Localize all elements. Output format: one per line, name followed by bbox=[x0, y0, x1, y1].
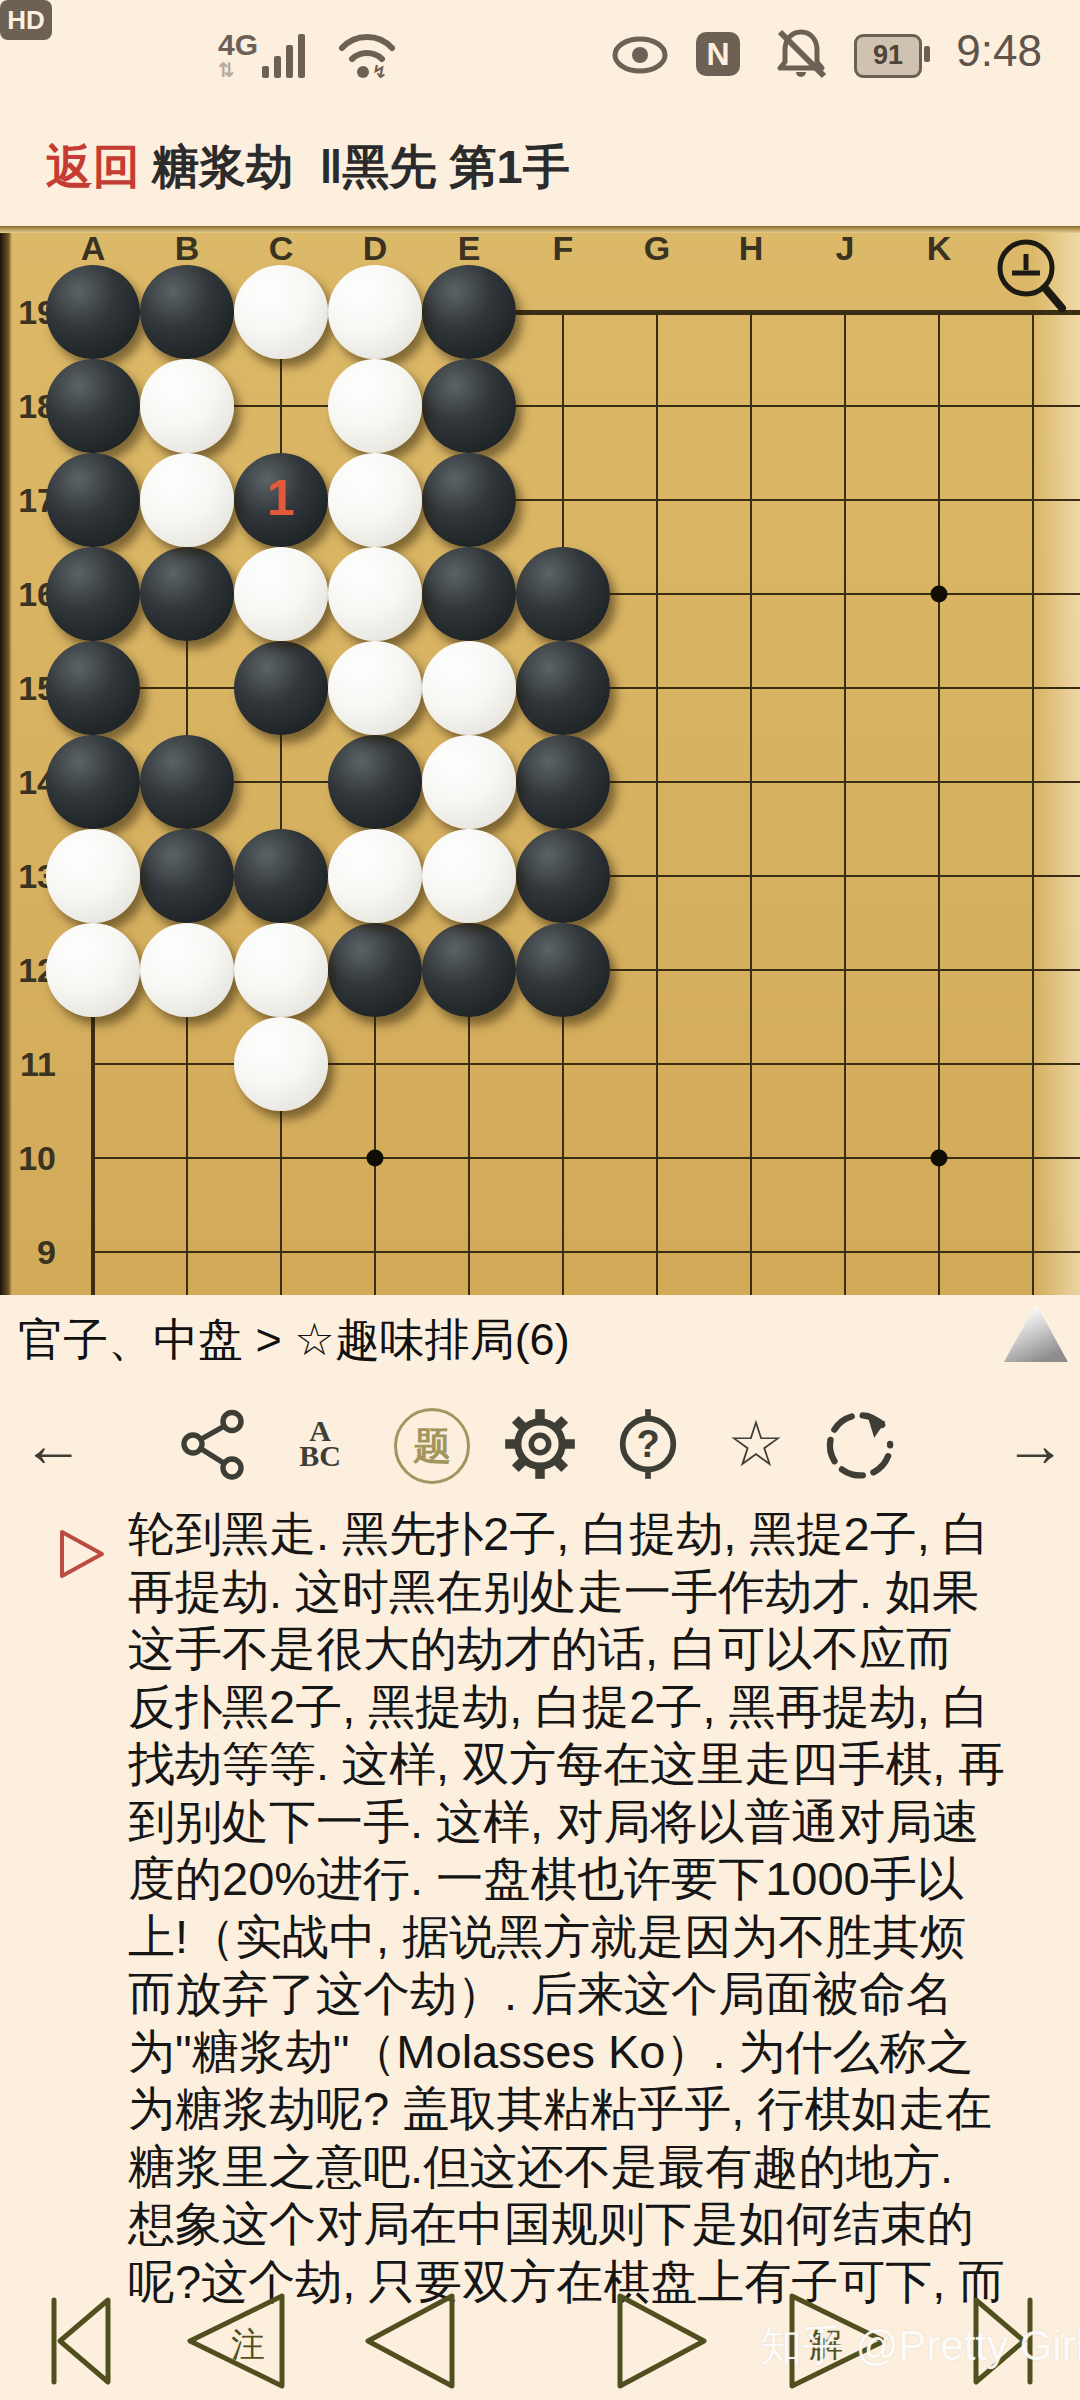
black-stone-F15 bbox=[516, 641, 610, 735]
svg-text:↯: ↯ bbox=[372, 62, 387, 80]
grid-hline bbox=[91, 1251, 1080, 1253]
hd-icon: HD bbox=[0, 0, 52, 40]
description-line-2: 再提劫. 这时黑在别处走一手作劫才. 如果 bbox=[128, 1563, 1063, 1621]
battery-icon: 91 bbox=[854, 34, 922, 78]
move-number-C17: 1 bbox=[267, 469, 295, 527]
eye-icon bbox=[612, 36, 668, 74]
black-stone-F13 bbox=[516, 829, 610, 923]
description-line-13: 想象这个对局在中国规则下是如何结束的 bbox=[128, 2195, 1063, 2253]
black-stone-E19 bbox=[422, 265, 516, 359]
back-button[interactable]: 返回 bbox=[46, 136, 140, 199]
description-line-6: 到别处下一手. 这样, 对局将以普通对局速 bbox=[128, 1793, 1063, 1851]
breadcrumb[interactable]: 官子、中盘 > ☆趣味排局(6) bbox=[18, 1310, 570, 1370]
white-stone-B12 bbox=[140, 923, 234, 1017]
col-label-J: J bbox=[836, 229, 855, 268]
grid-vline bbox=[844, 312, 846, 1295]
col-label-A: A bbox=[81, 229, 106, 268]
description-line-8: 上!（实战中, 据说黑方就是因为不胜其烦 bbox=[128, 1908, 1063, 1966]
share-icon[interactable] bbox=[178, 1398, 250, 1490]
svg-text:注: 注 bbox=[231, 2325, 265, 2363]
network-type-label: 4G bbox=[218, 28, 258, 62]
white-stone-C16 bbox=[234, 547, 328, 641]
black-stone-F12 bbox=[516, 923, 610, 1017]
watermark: 知乎 @Pretty Girl bbox=[760, 2318, 1080, 2374]
description-line-5: 找劫等等. 这样, 双方每在这里走四手棋, 再 bbox=[128, 1735, 1063, 1793]
bell-muted-icon bbox=[774, 28, 828, 80]
prev-with-note-button[interactable]: 注 bbox=[178, 2288, 298, 2394]
wifi-icon: ↯ bbox=[336, 28, 398, 80]
refresh-icon[interactable] bbox=[822, 1398, 898, 1490]
col-label-D: D bbox=[363, 229, 388, 268]
description-line-11: 为糖浆劫呢? 盖取其粘粘乎乎, 行棋如走在 bbox=[128, 2080, 1063, 2138]
grid-vline bbox=[1032, 312, 1034, 1295]
white-stone-B18 bbox=[140, 359, 234, 453]
toolbar: ← ABC 题 ? ☆ → bbox=[0, 1398, 1080, 1490]
white-stone-A12 bbox=[46, 923, 140, 1017]
col-label-K: K bbox=[927, 229, 952, 268]
row-label-11: 11 bbox=[20, 1045, 56, 1084]
col-label-H: H bbox=[739, 229, 764, 268]
col-label-C: C bbox=[269, 229, 294, 268]
black-stone-E16 bbox=[422, 547, 516, 641]
description-line-12: 糖浆里之意吧.但这还不是最有趣的地方. bbox=[128, 2138, 1063, 2196]
black-stone-C13 bbox=[234, 829, 328, 923]
title-bar: 返回 糖浆劫 ‖黑先 第1手 bbox=[0, 136, 1080, 206]
white-stone-A13 bbox=[46, 829, 140, 923]
black-stone-F14 bbox=[516, 735, 610, 829]
col-label-F: F bbox=[553, 229, 574, 268]
grid-hline bbox=[91, 405, 1080, 407]
black-stone-B16 bbox=[140, 547, 234, 641]
description-line-3: 这手不是很大的劫才的话, 白可以不应而 bbox=[128, 1620, 1063, 1678]
nfc-icon: N bbox=[696, 32, 740, 76]
page-title: 糖浆劫 ‖黑先 第1手 bbox=[152, 136, 570, 199]
signal-bars-icon bbox=[262, 30, 320, 78]
white-stone-D18 bbox=[328, 359, 422, 453]
favorite-star-icon[interactable]: ☆ bbox=[718, 1398, 794, 1490]
black-stone-C15 bbox=[234, 641, 328, 735]
white-stone-D16 bbox=[328, 547, 422, 641]
star-point-K10 bbox=[931, 1150, 948, 1167]
collapse-triangle-button[interactable] bbox=[1004, 1304, 1068, 1362]
white-stone-E15 bbox=[422, 641, 516, 735]
skip-to-start-button[interactable] bbox=[16, 2288, 136, 2394]
white-stone-D17 bbox=[328, 453, 422, 547]
description-line-1: 轮到黑走. 黑先扑2子, 白提劫, 黑提2子, 白 bbox=[128, 1505, 1063, 1563]
play-variation-icon[interactable] bbox=[56, 1528, 108, 1580]
star-point-D10 bbox=[367, 1150, 384, 1167]
grid-vline bbox=[750, 312, 752, 1295]
black-stone-A14 bbox=[46, 735, 140, 829]
white-stone-C11 bbox=[234, 1017, 328, 1111]
row-label-10: 10 bbox=[18, 1139, 56, 1178]
black-stone-E17 bbox=[422, 453, 516, 547]
svg-text:?: ? bbox=[636, 1423, 659, 1465]
breadcrumb-row: 官子、中盘 > ☆趣味排局(6) bbox=[0, 1302, 1080, 1394]
black-stone-E12 bbox=[422, 923, 516, 1017]
prev-move-button[interactable] bbox=[352, 2288, 472, 2394]
puzzle-description: 轮到黑走. 黑先扑2子, 白提劫, 黑提2子, 白再提劫. 这时黑在别处走一手作… bbox=[128, 1505, 1063, 2310]
coordinates-toggle-icon[interactable]: ABC bbox=[284, 1398, 356, 1490]
gear-icon[interactable] bbox=[502, 1398, 578, 1490]
black-stone-D14 bbox=[328, 735, 422, 829]
black-stone-A17 bbox=[46, 453, 140, 547]
star-point-K16 bbox=[931, 586, 948, 603]
white-stone-E13 bbox=[422, 829, 516, 923]
white-stone-D15 bbox=[328, 641, 422, 735]
black-stone-A15 bbox=[46, 641, 140, 735]
black-stone-B19 bbox=[140, 265, 234, 359]
white-stone-C19 bbox=[234, 265, 328, 359]
battery-nub bbox=[924, 46, 930, 62]
prev-arrow-button[interactable]: ← bbox=[18, 1398, 88, 1490]
black-stone-B13 bbox=[140, 829, 234, 923]
black-stone-E18 bbox=[422, 359, 516, 453]
white-stone-C12 bbox=[234, 923, 328, 1017]
white-stone-B17 bbox=[140, 453, 234, 547]
col-label-B: B bbox=[175, 229, 200, 268]
grid-vline bbox=[656, 312, 658, 1295]
board-right-highlight bbox=[1032, 233, 1080, 1295]
description-line-4: 反扑黑2子, 黑提劫, 白提2子, 黑再提劫, 白 bbox=[128, 1678, 1063, 1736]
black-stone-D12 bbox=[328, 923, 422, 1017]
problem-icon[interactable]: 题 bbox=[394, 1408, 470, 1484]
board-zoom-icon[interactable] bbox=[992, 236, 1070, 318]
white-stone-E14 bbox=[422, 735, 516, 829]
description-line-7: 度的20%进行. 一盘棋也许要下1000手以 bbox=[128, 1850, 1063, 1908]
white-stone-D13 bbox=[328, 829, 422, 923]
black-stone-A19 bbox=[46, 265, 140, 359]
description-line-10: 为"糖浆劫"（Molasses Ko）. 为什么称之 bbox=[128, 2023, 1063, 2081]
status-bar: HD 4G ⇅ ↯ N 91 9:48 bbox=[0, 0, 1080, 100]
col-label-E: E bbox=[458, 229, 481, 268]
clock-label: 9:48 bbox=[956, 26, 1042, 76]
black-stone-A18 bbox=[46, 359, 140, 453]
help-icon[interactable]: ? bbox=[610, 1398, 686, 1490]
grid-vline bbox=[938, 312, 940, 1295]
row-label-9: 9 bbox=[37, 1233, 56, 1272]
board-top-bevel bbox=[0, 226, 1080, 233]
next-move-button[interactable] bbox=[600, 2288, 720, 2394]
black-stone-A16 bbox=[46, 547, 140, 641]
black-stone-B14 bbox=[140, 735, 234, 829]
go-board[interactable]: ABCDEFGHJK191817161514131211109 1 bbox=[0, 226, 1080, 1295]
next-arrow-button[interactable]: → bbox=[1000, 1398, 1070, 1490]
description-line-9: 而放弃了这个劫）. 后来这个局面被命名 bbox=[128, 1965, 1063, 2023]
board-left-edge bbox=[0, 233, 12, 1295]
black-stone-F16 bbox=[516, 547, 610, 641]
white-stone-D19 bbox=[328, 265, 422, 359]
data-arrows-icon: ⇅ bbox=[218, 58, 233, 82]
col-label-G: G bbox=[644, 229, 670, 268]
